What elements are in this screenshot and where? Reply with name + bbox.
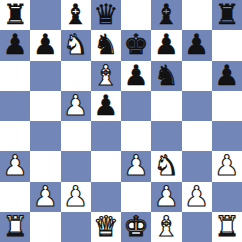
white-rook[interactable]: ♜ xyxy=(3,213,28,241)
square-a5[interactable] xyxy=(0,91,30,121)
chess-board: ♜♝♛♝♜♟♟♞♞♚♟♟♝♟♞♟♟♟♟♟♞♟♟♟♟♟♜♛♚♝♜ xyxy=(0,0,242,242)
white-pawn[interactable]: ♟ xyxy=(63,183,88,211)
square-h2[interactable] xyxy=(212,182,242,212)
square-c3[interactable] xyxy=(61,151,91,181)
white-pawn[interactable]: ♟ xyxy=(63,92,88,120)
square-e4[interactable] xyxy=(121,121,151,151)
square-c8[interactable]: ♝ xyxy=(61,0,91,30)
square-a6[interactable] xyxy=(0,61,30,91)
square-f6[interactable]: ♞ xyxy=(151,61,181,91)
black-pawn[interactable]: ♟ xyxy=(154,31,179,59)
square-b7[interactable]: ♟ xyxy=(30,30,60,60)
black-pawn[interactable]: ♟ xyxy=(214,62,239,90)
black-bishop[interactable]: ♝ xyxy=(154,1,179,29)
square-a8[interactable]: ♜ xyxy=(0,0,30,30)
square-h1[interactable]: ♜ xyxy=(212,212,242,242)
white-pawn[interactable]: ♟ xyxy=(214,152,239,180)
square-e6[interactable]: ♟ xyxy=(121,61,151,91)
white-knight[interactable]: ♞ xyxy=(154,152,179,180)
square-d4[interactable] xyxy=(91,121,121,151)
square-h4[interactable] xyxy=(212,121,242,151)
square-c4[interactable] xyxy=(61,121,91,151)
square-b1[interactable] xyxy=(30,212,60,242)
white-pawn[interactable]: ♟ xyxy=(154,183,179,211)
black-pawn[interactable]: ♟ xyxy=(33,31,58,59)
square-e1[interactable]: ♚ xyxy=(121,212,151,242)
square-d6[interactable]: ♝ xyxy=(91,61,121,91)
square-g1[interactable] xyxy=(182,212,212,242)
black-rook[interactable]: ♜ xyxy=(3,1,28,29)
square-b5[interactable] xyxy=(30,91,60,121)
square-d7[interactable]: ♞ xyxy=(91,30,121,60)
black-rook[interactable]: ♜ xyxy=(214,1,239,29)
black-pawn[interactable]: ♟ xyxy=(3,31,28,59)
square-a1[interactable]: ♜ xyxy=(0,212,30,242)
square-c7[interactable]: ♞ xyxy=(61,30,91,60)
white-pawn[interactable]: ♟ xyxy=(124,152,149,180)
square-a7[interactable]: ♟ xyxy=(0,30,30,60)
square-f4[interactable] xyxy=(151,121,181,151)
square-h5[interactable] xyxy=(212,91,242,121)
black-king[interactable]: ♚ xyxy=(124,31,149,59)
square-a3[interactable]: ♟ xyxy=(0,151,30,181)
black-bishop[interactable]: ♝ xyxy=(63,1,88,29)
square-c2[interactable]: ♟ xyxy=(61,182,91,212)
black-pawn[interactable]: ♟ xyxy=(124,62,149,90)
square-g4[interactable] xyxy=(182,121,212,151)
white-bishop[interactable]: ♝ xyxy=(154,213,179,241)
black-queen[interactable]: ♛ xyxy=(93,1,118,29)
square-f3[interactable]: ♞ xyxy=(151,151,181,181)
square-c5[interactable]: ♟ xyxy=(61,91,91,121)
square-d3[interactable] xyxy=(91,151,121,181)
square-h7[interactable] xyxy=(212,30,242,60)
square-g7[interactable]: ♟ xyxy=(182,30,212,60)
square-g6[interactable] xyxy=(182,61,212,91)
square-e2[interactable] xyxy=(121,182,151,212)
square-h3[interactable]: ♟ xyxy=(212,151,242,181)
white-pawn[interactable]: ♟ xyxy=(184,183,209,211)
square-g3[interactable] xyxy=(182,151,212,181)
square-g5[interactable] xyxy=(182,91,212,121)
square-e5[interactable] xyxy=(121,91,151,121)
square-b2[interactable]: ♟ xyxy=(30,182,60,212)
white-queen[interactable]: ♛ xyxy=(93,213,118,241)
square-d5[interactable]: ♟ xyxy=(91,91,121,121)
black-knight[interactable]: ♞ xyxy=(93,31,118,59)
square-b3[interactable] xyxy=(30,151,60,181)
square-g2[interactable]: ♟ xyxy=(182,182,212,212)
square-h8[interactable]: ♜ xyxy=(212,0,242,30)
square-f7[interactable]: ♟ xyxy=(151,30,181,60)
square-b4[interactable] xyxy=(30,121,60,151)
black-pawn[interactable]: ♟ xyxy=(93,92,118,120)
square-b8[interactable] xyxy=(30,0,60,30)
square-g8[interactable] xyxy=(182,0,212,30)
square-a2[interactable] xyxy=(0,182,30,212)
white-rook[interactable]: ♜ xyxy=(214,213,239,241)
square-d1[interactable]: ♛ xyxy=(91,212,121,242)
white-pawn[interactable]: ♟ xyxy=(3,152,28,180)
square-e8[interactable] xyxy=(121,0,151,30)
white-king[interactable]: ♚ xyxy=(124,213,149,241)
square-e3[interactable]: ♟ xyxy=(121,151,151,181)
white-pawn[interactable]: ♟ xyxy=(33,183,58,211)
square-h6[interactable]: ♟ xyxy=(212,61,242,91)
square-a4[interactable] xyxy=(0,121,30,151)
square-c6[interactable] xyxy=(61,61,91,91)
black-pawn[interactable]: ♟ xyxy=(184,31,209,59)
square-c1[interactable] xyxy=(61,212,91,242)
black-knight[interactable]: ♞ xyxy=(154,62,179,90)
square-d8[interactable]: ♛ xyxy=(91,0,121,30)
square-f1[interactable]: ♝ xyxy=(151,212,181,242)
square-f2[interactable]: ♟ xyxy=(151,182,181,212)
square-d2[interactable] xyxy=(91,182,121,212)
white-knight[interactable]: ♞ xyxy=(63,31,88,59)
square-e7[interactable]: ♚ xyxy=(121,30,151,60)
square-f5[interactable] xyxy=(151,91,181,121)
square-b6[interactable] xyxy=(30,61,60,91)
square-f8[interactable]: ♝ xyxy=(151,0,181,30)
white-bishop[interactable]: ♝ xyxy=(93,62,118,90)
